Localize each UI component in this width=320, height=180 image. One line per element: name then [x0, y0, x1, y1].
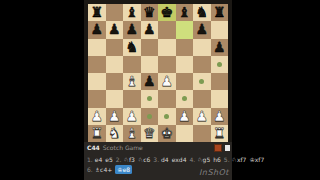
square-d7[interactable]: ♟ — [141, 21, 159, 38]
move-hint-dot — [147, 114, 152, 119]
square-f2[interactable]: ♟ — [176, 108, 194, 125]
square-f3[interactable] — [176, 90, 194, 107]
square-c5[interactable] — [123, 56, 141, 73]
square-a1[interactable]: ♜ — [88, 125, 106, 142]
white-pawn: ♟ — [125, 108, 138, 125]
black-king: ♚ — [160, 4, 173, 21]
square-e2[interactable] — [158, 108, 176, 125]
square-d1[interactable]: ♛ — [141, 125, 159, 142]
square-e1[interactable]: ♚ — [158, 125, 176, 142]
black-rook: ♜ — [213, 4, 226, 21]
square-f1[interactable] — [176, 125, 194, 142]
black-knight: ♞ — [125, 39, 138, 56]
square-d4[interactable]: ♟ — [141, 73, 159, 90]
square-h4[interactable] — [211, 73, 229, 90]
square-f5[interactable] — [176, 56, 194, 73]
square-h1[interactable]: ♜ — [211, 125, 229, 142]
square-d3[interactable] — [141, 90, 159, 107]
square-a8[interactable]: ♜ — [88, 4, 106, 21]
square-f8[interactable]: ♝ — [176, 4, 194, 21]
content-column: ♜♝♛♚♝♞♜♟♟♟♟♟♞♟♝♟♟♟♟♟♟♟♟♜♞♝♛♚♜ C44 Scotch… — [84, 0, 232, 180]
square-b8[interactable] — [106, 4, 124, 21]
square-c3[interactable] — [123, 90, 141, 107]
black-pawn: ♟ — [143, 73, 156, 90]
square-f6[interactable] — [176, 39, 194, 56]
black-queen: ♛ — [143, 4, 156, 21]
square-g2[interactable]: ♟ — [193, 108, 211, 125]
black-bishop: ♝ — [125, 4, 138, 21]
square-g6[interactable] — [193, 39, 211, 56]
move[interactable]: e5 — [105, 156, 113, 163]
move[interactable]: exd4 — [172, 156, 187, 163]
square-c2[interactable]: ♟ — [123, 108, 141, 125]
square-b6[interactable] — [106, 39, 124, 56]
move[interactable]: ♘c6 — [138, 156, 151, 163]
square-e7[interactable] — [158, 21, 176, 38]
eco-code: C44 — [87, 144, 100, 151]
square-a3[interactable] — [88, 90, 106, 107]
square-d6[interactable] — [141, 39, 159, 56]
square-e3[interactable] — [158, 90, 176, 107]
move[interactable]: d4 — [161, 156, 169, 163]
white-rook: ♜ — [90, 125, 103, 142]
square-h5[interactable] — [211, 56, 229, 73]
square-a4[interactable] — [88, 73, 106, 90]
white-bishop: ♝ — [125, 125, 138, 142]
square-g3[interactable] — [193, 90, 211, 107]
square-g7[interactable]: ♟ — [193, 21, 211, 38]
move-number: 4. — [189, 156, 195, 163]
move-hint-dot — [182, 96, 187, 101]
move-hint-dot — [147, 96, 152, 101]
black-knight: ♞ — [195, 4, 208, 21]
move[interactable]: h6 — [213, 156, 221, 163]
black-pawn: ♟ — [90, 21, 103, 38]
square-g8[interactable]: ♞ — [193, 4, 211, 21]
white-pawn: ♟ — [178, 108, 191, 125]
white-pawn: ♟ — [160, 73, 173, 90]
square-h6[interactable]: ♟ — [211, 39, 229, 56]
square-d5[interactable] — [141, 56, 159, 73]
black-pawn: ♟ — [108, 21, 121, 38]
square-h3[interactable] — [211, 90, 229, 107]
black-pawn: ♟ — [195, 21, 208, 38]
square-b5[interactable] — [106, 56, 124, 73]
square-e5[interactable] — [158, 56, 176, 73]
square-a6[interactable] — [88, 39, 106, 56]
square-g5[interactable] — [193, 56, 211, 73]
move-row: 1.e4e52.♘f3♘c63.d4exd44.♘g5h65.♘xf7♔xf7 — [87, 154, 230, 164]
white-square-icon[interactable] — [225, 145, 230, 151]
current-move[interactable]: ♔e8 — [115, 165, 132, 174]
square-c7[interactable]: ♟ — [123, 21, 141, 38]
square-c8[interactable]: ♝ — [123, 4, 141, 21]
square-a2[interactable]: ♟ — [88, 108, 106, 125]
square-c1[interactable]: ♝ — [123, 125, 141, 142]
move[interactable]: ♔xf7 — [249, 156, 264, 163]
move[interactable]: e4 — [95, 156, 103, 163]
square-e4[interactable]: ♟ — [158, 73, 176, 90]
move[interactable]: ♘xf7 — [232, 156, 247, 163]
square-g1[interactable] — [193, 125, 211, 142]
square-h2[interactable]: ♟ — [211, 108, 229, 125]
square-g4[interactable] — [193, 73, 211, 90]
move-hint-dot — [199, 79, 204, 84]
move-number: 6. — [87, 166, 93, 173]
opening-name: Scotch Game — [103, 144, 143, 151]
black-pawn: ♟ — [143, 21, 156, 38]
white-bishop: ♝ — [125, 73, 138, 90]
square-f7[interactable] — [176, 21, 194, 38]
square-h7[interactable] — [211, 21, 229, 38]
square-b4[interactable] — [106, 73, 124, 90]
square-c4[interactable]: ♝ — [123, 73, 141, 90]
white-pawn: ♟ — [213, 108, 226, 125]
black-bishop: ♝ — [178, 4, 191, 21]
video-frame: ♜♝♛♚♝♞♜♟♟♟♟♟♞♟♝♟♟♟♟♟♟♟♟♜♞♝♛♚♜ C44 Scotch… — [0, 0, 320, 180]
square-b1[interactable]: ♞ — [106, 125, 124, 142]
move-number: 2. — [116, 156, 122, 163]
white-knight: ♞ — [108, 125, 121, 142]
square-b7[interactable]: ♟ — [106, 21, 124, 38]
square-a7[interactable]: ♟ — [88, 21, 106, 38]
square-d8[interactable]: ♛ — [141, 4, 159, 21]
move[interactable]: ♗c4+ — [95, 166, 113, 173]
white-pawn: ♟ — [195, 108, 208, 125]
square-c6[interactable]: ♞ — [123, 39, 141, 56]
square-a5[interactable] — [88, 56, 106, 73]
move-number: 3. — [153, 156, 159, 163]
square-d2[interactable] — [141, 108, 159, 125]
black-pawn: ♟ — [125, 21, 138, 38]
square-f4[interactable] — [176, 73, 194, 90]
black-pawn: ♟ — [213, 39, 226, 56]
black-rook: ♜ — [90, 4, 103, 21]
move-hint-dot — [217, 62, 222, 67]
square-e8[interactable]: ♚ — [158, 4, 176, 21]
orange-square-icon[interactable] — [214, 144, 222, 152]
white-pawn: ♟ — [90, 108, 103, 125]
white-king: ♚ — [160, 125, 173, 142]
square-h8[interactable]: ♜ — [211, 4, 229, 21]
square-b2[interactable]: ♟ — [106, 108, 124, 125]
square-e6[interactable] — [158, 39, 176, 56]
move-hint-dot — [164, 114, 169, 119]
opening-header: C44 Scotch Game — [84, 142, 232, 152]
move[interactable]: ♘g5 — [197, 156, 210, 163]
square-b3[interactable] — [106, 90, 124, 107]
chess-board: ♜♝♛♚♝♞♜♟♟♟♟♟♞♟♝♟♟♟♟♟♟♟♟♜♞♝♛♚♜ — [88, 4, 228, 142]
white-queen: ♛ — [143, 125, 156, 142]
move-number: 1. — [87, 156, 93, 163]
move[interactable]: ♘f3 — [124, 156, 135, 163]
move-number: 5. — [224, 156, 230, 163]
white-pawn: ♟ — [108, 108, 121, 125]
white-rook: ♜ — [213, 125, 226, 142]
inshot-watermark: InShOt — [199, 168, 229, 177]
